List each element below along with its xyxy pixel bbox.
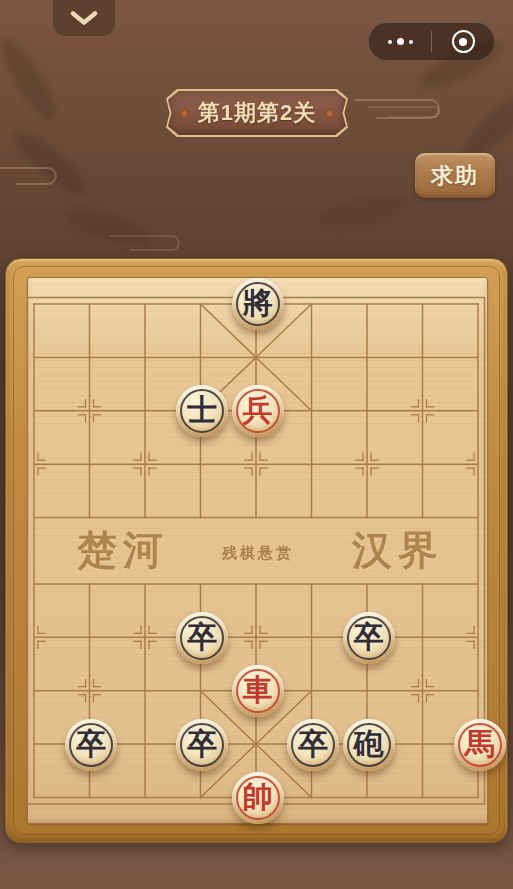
piece-black-soldier[interactable]: 卒 <box>287 719 339 771</box>
more-dots-icon <box>397 38 404 45</box>
piece-black-soldier[interactable]: 卒 <box>176 719 228 771</box>
piece-glyph: 車 <box>243 675 273 705</box>
piece-glyph: 卒 <box>187 729 217 759</box>
piece-glyph: 卒 <box>187 622 217 652</box>
piece-glyph: 士 <box>187 395 217 425</box>
bamboo-leaf-decoration <box>60 200 156 253</box>
piece-red-horse[interactable]: 馬 <box>454 719 506 771</box>
piece-glyph: 卒 <box>76 729 106 759</box>
piece-glyph: 兵 <box>243 395 273 425</box>
piece-black-advisor[interactable]: 士 <box>176 385 228 437</box>
piece-glyph: 馬 <box>465 729 495 759</box>
minimize-button[interactable] <box>52 0 116 37</box>
piece-red-chariot[interactable]: 車 <box>232 665 284 717</box>
piece-black-cannon[interactable]: 砲 <box>343 719 395 771</box>
piece-black-general[interactable]: 將 <box>232 278 284 330</box>
wechat-capsule <box>368 22 495 61</box>
piece-black-soldier[interactable]: 卒 <box>343 612 395 664</box>
more-dots-icon <box>388 40 392 44</box>
xiangqi-board[interactable]: 楚河 残棋悬赏 汉界 將士兵卒卒車卒卒卒砲馬帥 <box>5 258 508 843</box>
piece-glyph: 卒 <box>354 622 384 652</box>
diamond-ornament-left <box>178 107 191 120</box>
bamboo-leaf-decoration <box>6 123 93 202</box>
record-circle-icon <box>452 30 475 53</box>
more-menu-button[interactable] <box>369 23 431 60</box>
piece-red-general[interactable]: 帥 <box>232 772 284 824</box>
app-screen: 第1期第2关 求助 楚河 残棋悬赏 汉界 將士兵卒卒車卒卒卒砲馬帥 <box>0 0 513 889</box>
level-title: 第1期第2关 <box>198 98 316 128</box>
chevron-down-icon <box>70 11 98 26</box>
piece-black-soldier[interactable]: 卒 <box>176 612 228 664</box>
level-banner: 第1期第2关 <box>166 89 348 137</box>
piece-glyph: 卒 <box>298 729 328 759</box>
piece-black-soldier[interactable]: 卒 <box>65 719 117 771</box>
piece-glyph: 帥 <box>243 782 273 812</box>
piece-glyph: 將 <box>243 288 273 318</box>
exit-button[interactable] <box>432 23 494 60</box>
diamond-ornament-right <box>323 107 336 120</box>
bamboo-leaf-decoration <box>0 33 63 125</box>
more-dots-icon <box>409 40 413 44</box>
help-button[interactable]: 求助 <box>415 153 495 198</box>
bamboo-leaf-decoration <box>316 189 411 234</box>
piece-glyph: 砲 <box>354 729 384 759</box>
piece-red-soldier[interactable]: 兵 <box>232 385 284 437</box>
